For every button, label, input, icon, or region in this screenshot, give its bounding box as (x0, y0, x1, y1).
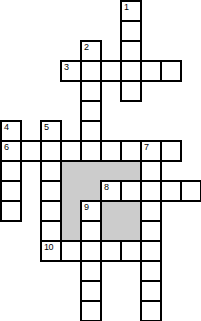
blocked-cell-r8c5 (100, 160, 122, 182)
cell-r0c6[interactable]: 1 (120, 0, 142, 22)
cell-r2c4[interactable]: 2 (80, 40, 102, 62)
cell-r6c2[interactable]: 5 (40, 120, 62, 142)
blocked-cell-r8c3 (60, 160, 82, 182)
cell-r9c5[interactable]: 8 (100, 180, 122, 202)
blocked-cell-r11c5 (100, 220, 122, 242)
cell-r8c7[interactable] (140, 160, 162, 182)
clue-number: 2 (84, 43, 89, 52)
cell-r13c7[interactable] (140, 260, 162, 282)
cell-r12c3[interactable] (60, 240, 82, 262)
cell-r10c0[interactable] (0, 200, 22, 222)
cell-r9c6[interactable] (120, 180, 142, 202)
cell-r9c9[interactable] (180, 180, 201, 202)
clue-number: 10 (44, 243, 53, 252)
cell-r7c4[interactable] (80, 140, 102, 162)
cell-r9c0[interactable] (0, 180, 22, 202)
blocked-cell-r10c6 (120, 200, 142, 222)
blocked-cell-r10c5 (100, 200, 122, 222)
cell-r10c2[interactable] (40, 200, 62, 222)
clue-number: 4 (4, 123, 9, 132)
blocked-cell-r9c3 (60, 180, 82, 202)
clue-number: 8 (104, 183, 109, 192)
cell-r7c2[interactable] (40, 140, 62, 162)
cell-r10c4[interactable]: 9 (80, 200, 102, 222)
cell-r2c6[interactable] (120, 40, 142, 62)
cell-r11c2[interactable] (40, 220, 62, 242)
cell-r4c6[interactable] (120, 80, 142, 102)
cell-r13c4[interactable] (80, 260, 102, 282)
cell-r11c7[interactable] (140, 220, 162, 242)
cell-r10c7[interactable] (140, 200, 162, 222)
cell-r15c7[interactable] (140, 300, 162, 321)
cell-r7c3[interactable] (60, 140, 82, 162)
cell-r3c8[interactable] (160, 60, 182, 82)
blocked-cell-r11c3 (60, 220, 82, 242)
cell-r9c8[interactable] (160, 180, 182, 202)
cell-r9c2[interactable] (40, 180, 62, 202)
cell-r7c5[interactable] (100, 140, 122, 162)
cell-r3c5[interactable] (100, 60, 122, 82)
cell-r4c4[interactable] (80, 80, 102, 102)
cell-r3c4[interactable] (80, 60, 102, 82)
cell-r7c7[interactable]: 7 (140, 140, 162, 162)
cell-r1c6[interactable] (120, 20, 142, 42)
cell-r6c4[interactable] (80, 120, 102, 142)
cell-r5c4[interactable] (80, 100, 102, 122)
cell-r11c4[interactable] (80, 220, 102, 242)
cell-r15c4[interactable] (80, 300, 102, 321)
cell-r3c6[interactable] (120, 60, 142, 82)
cell-r14c7[interactable] (140, 280, 162, 302)
clue-number: 5 (44, 123, 49, 132)
cell-r12c5[interactable] (100, 240, 122, 262)
cell-r12c2[interactable]: 10 (40, 240, 62, 262)
blocked-cell-r8c4 (80, 160, 102, 182)
cell-r12c7[interactable] (140, 240, 162, 262)
blocked-cell-r9c4 (80, 180, 102, 202)
cell-r7c6[interactable] (120, 140, 142, 162)
cell-r3c7[interactable] (140, 60, 162, 82)
cell-r12c6[interactable] (120, 240, 142, 262)
blocked-cell-r10c3 (60, 200, 82, 222)
cell-r9c7[interactable] (140, 180, 162, 202)
clue-number: 6 (4, 143, 9, 152)
cell-r7c8[interactable] (160, 140, 182, 162)
cell-r7c0[interactable]: 6 (0, 140, 22, 162)
cell-r7c1[interactable] (20, 140, 42, 162)
clue-number: 9 (84, 203, 89, 212)
clue-number: 1 (124, 3, 129, 12)
blocked-cell-r11c6 (120, 220, 142, 242)
cell-r14c4[interactable] (80, 280, 102, 302)
blocked-cell-r8c6 (120, 160, 142, 182)
cell-r6c0[interactable]: 4 (0, 120, 22, 142)
cell-r12c4[interactable] (80, 240, 102, 262)
cell-r3c3[interactable]: 3 (60, 60, 82, 82)
cell-r8c0[interactable] (0, 160, 22, 182)
crossword-grid: 12345678910 (0, 0, 201, 321)
cell-r8c2[interactable] (40, 160, 62, 182)
clue-number: 7 (144, 143, 149, 152)
clue-number: 3 (64, 63, 69, 72)
